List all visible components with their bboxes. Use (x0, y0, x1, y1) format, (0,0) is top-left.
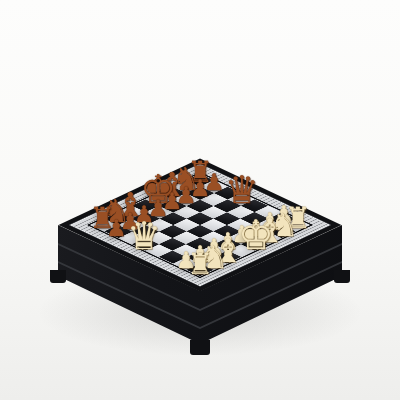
product-photo-scene: ♜♞♝♚♝♞♜♟♟♟♟♟♟♟♟♛♛♟♟♟♟♟♟♟♟♜♞♝♚♝♞♜ (0, 0, 400, 400)
piece-white-rook-a1[interactable]: ♜ (187, 250, 213, 279)
box-foot-near (190, 340, 210, 355)
piece-black-pawn-a7[interactable]: ♟ (106, 216, 127, 239)
box-foot-right (334, 270, 350, 283)
piece-white-queen-a5[interactable]: ♛ (127, 216, 161, 254)
piece-black-queen-h5[interactable]: ♛ (225, 170, 259, 208)
box-foot-left (50, 270, 66, 283)
piece-white-king-e1[interactable]: ♚ (238, 214, 274, 254)
